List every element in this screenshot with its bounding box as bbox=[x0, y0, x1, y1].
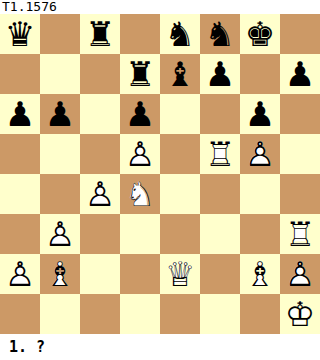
square-g5[interactable]: ♟♙ bbox=[240, 134, 280, 174]
square-a1[interactable] bbox=[0, 294, 40, 334]
piece-black-pawn: ♟ bbox=[240, 94, 280, 134]
square-c4[interactable]: ♟♙ bbox=[80, 174, 120, 214]
piece-white-pawn-fill: ♟ bbox=[120, 134, 160, 174]
square-c2[interactable] bbox=[80, 254, 120, 294]
piece-white-pawn-fill: ♟ bbox=[0, 254, 40, 294]
square-e2[interactable]: ♛♕ bbox=[160, 254, 200, 294]
piece-white-bishop-fill: ♝ bbox=[40, 254, 80, 294]
square-e4[interactable] bbox=[160, 174, 200, 214]
square-f1[interactable] bbox=[200, 294, 240, 334]
square-b3[interactable]: ♟♙ bbox=[40, 214, 80, 254]
piece-white-king: ♔ bbox=[280, 294, 320, 334]
square-c5[interactable] bbox=[80, 134, 120, 174]
piece-black-pawn: ♟ bbox=[280, 54, 320, 94]
square-d7[interactable]: ♜ bbox=[120, 54, 160, 94]
piece-white-pawn-fill: ♟ bbox=[40, 214, 80, 254]
square-b2[interactable]: ♝♗ bbox=[40, 254, 80, 294]
square-c7[interactable] bbox=[80, 54, 120, 94]
square-b1[interactable] bbox=[40, 294, 80, 334]
piece-white-rook-fill: ♜ bbox=[280, 214, 320, 254]
square-a6[interactable]: ♟ bbox=[0, 94, 40, 134]
square-g6[interactable]: ♟ bbox=[240, 94, 280, 134]
square-h8[interactable] bbox=[280, 14, 320, 54]
piece-white-pawn: ♙ bbox=[0, 254, 40, 294]
square-h4[interactable] bbox=[280, 174, 320, 214]
square-g3[interactable] bbox=[240, 214, 280, 254]
square-d3[interactable] bbox=[120, 214, 160, 254]
square-a4[interactable] bbox=[0, 174, 40, 214]
square-c8[interactable]: ♜ bbox=[80, 14, 120, 54]
square-f3[interactable] bbox=[200, 214, 240, 254]
puzzle-title: T1.1576 bbox=[2, 0, 57, 14]
square-f4[interactable] bbox=[200, 174, 240, 214]
piece-white-queen-fill: ♛ bbox=[160, 254, 200, 294]
piece-black-knight: ♞ bbox=[160, 14, 200, 54]
piece-white-pawn-fill: ♟ bbox=[80, 174, 120, 214]
piece-white-rook-fill: ♜ bbox=[200, 134, 240, 174]
piece-white-pawn: ♙ bbox=[40, 214, 80, 254]
square-g7[interactable] bbox=[240, 54, 280, 94]
square-f5[interactable]: ♜♖ bbox=[200, 134, 240, 174]
piece-black-pawn: ♟ bbox=[0, 94, 40, 134]
piece-white-pawn-fill: ♟ bbox=[280, 254, 320, 294]
square-b5[interactable] bbox=[40, 134, 80, 174]
square-c6[interactable] bbox=[80, 94, 120, 134]
square-g8[interactable]: ♚ bbox=[240, 14, 280, 54]
square-h7[interactable]: ♟ bbox=[280, 54, 320, 94]
square-e6[interactable] bbox=[160, 94, 200, 134]
piece-black-king: ♚ bbox=[240, 14, 280, 54]
square-b6[interactable]: ♟ bbox=[40, 94, 80, 134]
square-a3[interactable] bbox=[0, 214, 40, 254]
piece-black-knight: ♞ bbox=[200, 14, 240, 54]
square-f6[interactable] bbox=[200, 94, 240, 134]
square-a7[interactable] bbox=[0, 54, 40, 94]
piece-white-rook: ♖ bbox=[280, 214, 320, 254]
piece-black-bishop: ♝ bbox=[160, 54, 200, 94]
piece-black-pawn: ♟ bbox=[120, 94, 160, 134]
piece-white-pawn: ♙ bbox=[240, 134, 280, 174]
square-d6[interactable]: ♟ bbox=[120, 94, 160, 134]
square-a8[interactable]: ♛ bbox=[0, 14, 40, 54]
square-c3[interactable] bbox=[80, 214, 120, 254]
square-d8[interactable] bbox=[120, 14, 160, 54]
piece-black-pawn: ♟ bbox=[40, 94, 80, 134]
piece-black-rook: ♜ bbox=[80, 14, 120, 54]
square-e1[interactable] bbox=[160, 294, 200, 334]
piece-white-pawn: ♙ bbox=[280, 254, 320, 294]
square-h5[interactable] bbox=[280, 134, 320, 174]
square-a2[interactable]: ♟♙ bbox=[0, 254, 40, 294]
piece-white-bishop: ♗ bbox=[240, 254, 280, 294]
square-g2[interactable]: ♝♗ bbox=[240, 254, 280, 294]
piece-white-knight: ♘ bbox=[120, 174, 160, 214]
piece-white-bishop: ♗ bbox=[40, 254, 80, 294]
piece-white-bishop-fill: ♝ bbox=[240, 254, 280, 294]
piece-white-knight-fill: ♞ bbox=[120, 174, 160, 214]
square-f8[interactable]: ♞ bbox=[200, 14, 240, 54]
chess-puzzle-page: T1.1576 ♛♜♞♞♚♜♝♟♟♟♟♟♟♟♙♜♖♟♙♟♙♞♘♟♙♜♖♟♙♝♗♛… bbox=[0, 0, 320, 360]
square-b7[interactable] bbox=[40, 54, 80, 94]
square-d4[interactable]: ♞♘ bbox=[120, 174, 160, 214]
square-f7[interactable]: ♟ bbox=[200, 54, 240, 94]
square-f2[interactable] bbox=[200, 254, 240, 294]
square-h1[interactable]: ♚♔ bbox=[280, 294, 320, 334]
square-d5[interactable]: ♟♙ bbox=[120, 134, 160, 174]
piece-black-queen: ♛ bbox=[0, 14, 40, 54]
square-g4[interactable] bbox=[240, 174, 280, 214]
piece-black-pawn: ♟ bbox=[200, 54, 240, 94]
square-e3[interactable] bbox=[160, 214, 200, 254]
piece-black-rook: ♜ bbox=[120, 54, 160, 94]
piece-white-queen: ♕ bbox=[160, 254, 200, 294]
square-e7[interactable]: ♝ bbox=[160, 54, 200, 94]
move-prompt: 1. ? bbox=[9, 338, 45, 356]
chess-board: ♛♜♞♞♚♜♝♟♟♟♟♟♟♟♙♜♖♟♙♟♙♞♘♟♙♜♖♟♙♝♗♛♕♝♗♟♙♚♔ bbox=[0, 14, 320, 334]
piece-white-rook: ♖ bbox=[200, 134, 240, 174]
piece-white-pawn-fill: ♟ bbox=[240, 134, 280, 174]
square-b8[interactable] bbox=[40, 14, 80, 54]
square-h3[interactable]: ♜♖ bbox=[280, 214, 320, 254]
piece-white-pawn: ♙ bbox=[80, 174, 120, 214]
square-b4[interactable] bbox=[40, 174, 80, 214]
piece-white-pawn: ♙ bbox=[120, 134, 160, 174]
square-h6[interactable] bbox=[280, 94, 320, 134]
piece-white-king-fill: ♚ bbox=[280, 294, 320, 334]
square-h2[interactable]: ♟♙ bbox=[280, 254, 320, 294]
square-a5[interactable] bbox=[0, 134, 40, 174]
square-g1[interactable] bbox=[240, 294, 280, 334]
square-e8[interactable]: ♞ bbox=[160, 14, 200, 54]
square-d1[interactable] bbox=[120, 294, 160, 334]
square-d2[interactable] bbox=[120, 254, 160, 294]
square-c1[interactable] bbox=[80, 294, 120, 334]
square-e5[interactable] bbox=[160, 134, 200, 174]
